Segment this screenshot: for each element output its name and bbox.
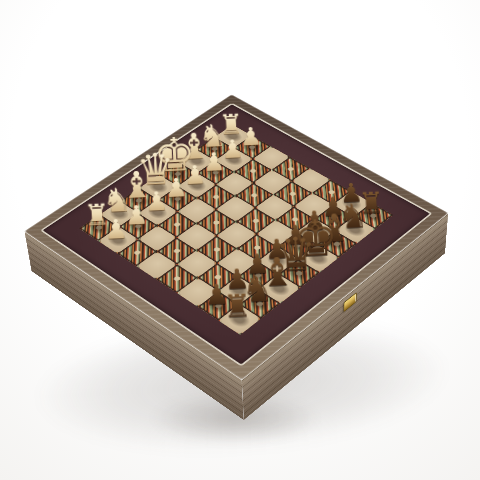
black-rook-glyph: ♜ [196,289,278,324]
perspective-wrapper: ♜♟♞♟♝♟♚♟♛♟♝♟♟♞♜♟♟♜♞♟♟♝♟♚♟♛♟♝♟♞♟♜ [0,0,480,480]
product-photo: ♜♟♞♟♝♟♚♟♛♟♝♟♟♞♜♟♟♜♞♟♟♝♟♚♟♛♟♝♟♞♟♜ [0,0,480,480]
brass-latch-icon[interactable] [344,292,357,312]
case-top-face: ♜♟♞♟♝♟♚♟♛♟♝♟♟♞♜♟♟♜♞♟♟♝♟♚♟♛♟♝♟♞♟♜ [24,95,448,380]
white-pawn-glyph: ♟ [81,214,150,244]
chess-case: ♜♟♞♟♝♟♚♟♛♟♝♟♟♞♜♟♟♜♞♟♟♝♟♚♟♛♟♝♟♞♟♜ [24,95,448,380]
camera-tilt: ♜♟♞♟♝♟♚♟♛♟♝♟♟♞♜♟♟♜♞♟♟♝♟♚♟♛♟♝♟♞♟♜ [0,0,480,480]
